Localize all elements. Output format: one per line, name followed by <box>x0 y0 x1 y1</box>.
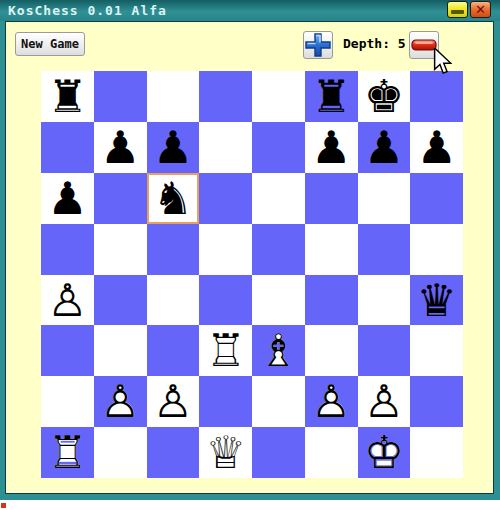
white-pawn: ♟♙ <box>41 275 94 326</box>
square-f8[interactable]: ♜ <box>305 71 358 122</box>
square-d8[interactable] <box>199 71 252 122</box>
square-g8[interactable]: ♚ <box>358 71 411 122</box>
square-c8[interactable] <box>147 71 200 122</box>
square-f4[interactable] <box>305 275 358 326</box>
square-f5[interactable] <box>305 224 358 275</box>
square-a5[interactable] <box>41 224 94 275</box>
square-g2[interactable]: ♟♙ <box>358 376 411 427</box>
increase-depth-button[interactable] <box>303 31 333 59</box>
square-e6[interactable] <box>252 173 305 224</box>
black-pawn: ♟ <box>94 122 147 173</box>
square-e3[interactable]: ♝♗ <box>252 325 305 376</box>
white-pawn: ♟♙ <box>305 376 358 427</box>
square-d1[interactable]: ♛♕ <box>199 427 252 478</box>
square-g7[interactable]: ♟ <box>358 122 411 173</box>
black-pawn: ♟ <box>410 122 463 173</box>
square-g3[interactable] <box>358 325 411 376</box>
white-king: ♚♔ <box>358 427 411 478</box>
square-c2[interactable]: ♟♙ <box>147 376 200 427</box>
square-g4[interactable] <box>358 275 411 326</box>
square-a6[interactable]: ♟ <box>41 173 94 224</box>
white-pawn: ♟♙ <box>147 376 200 427</box>
black-knight: ♞ <box>147 173 200 224</box>
square-a2[interactable] <box>41 376 94 427</box>
white-rook: ♜♖ <box>41 427 94 478</box>
square-a1[interactable]: ♜♖ <box>41 427 94 478</box>
square-c5[interactable] <box>147 224 200 275</box>
square-e8[interactable] <box>252 71 305 122</box>
square-c1[interactable] <box>147 427 200 478</box>
square-e7[interactable] <box>252 122 305 173</box>
new-game-button[interactable]: New Game <box>15 32 85 56</box>
square-h1[interactable] <box>410 427 463 478</box>
square-h5[interactable] <box>410 224 463 275</box>
square-e1[interactable] <box>252 427 305 478</box>
square-a3[interactable] <box>41 325 94 376</box>
square-g6[interactable] <box>358 173 411 224</box>
square-g5[interactable] <box>358 224 411 275</box>
square-b7[interactable]: ♟ <box>94 122 147 173</box>
square-d3[interactable]: ♜♖ <box>199 325 252 376</box>
black-rook: ♜ <box>41 71 94 122</box>
white-pawn: ♟♙ <box>358 376 411 427</box>
close-button[interactable]: ✕ <box>470 1 491 18</box>
white-queen: ♛♕ <box>199 427 252 478</box>
square-c4[interactable] <box>147 275 200 326</box>
square-e4[interactable] <box>252 275 305 326</box>
window-title: KosChess 0.01 Alfa <box>0 3 167 18</box>
square-f2[interactable]: ♟♙ <box>305 376 358 427</box>
white-pawn: ♟♙ <box>94 376 147 427</box>
square-a8[interactable]: ♜ <box>41 71 94 122</box>
square-h7[interactable]: ♟ <box>410 122 463 173</box>
square-b6[interactable] <box>94 173 147 224</box>
square-e5[interactable] <box>252 224 305 275</box>
mouse-cursor <box>432 48 452 76</box>
square-d7[interactable] <box>199 122 252 173</box>
square-d2[interactable] <box>199 376 252 427</box>
square-h6[interactable] <box>410 173 463 224</box>
square-h8[interactable] <box>410 71 463 122</box>
black-king: ♚ <box>358 71 411 122</box>
square-a4[interactable]: ♟♙ <box>41 275 94 326</box>
white-rook: ♜♖ <box>199 325 252 376</box>
square-d5[interactable] <box>199 224 252 275</box>
square-b3[interactable] <box>94 325 147 376</box>
black-pawn: ♟ <box>305 122 358 173</box>
koschess-window: KosChess 0.01 Alfa ✕ New Game Depth: 5 <box>0 0 500 500</box>
square-c3[interactable] <box>147 325 200 376</box>
black-queen: ♛ <box>410 275 463 326</box>
square-e2[interactable] <box>252 376 305 427</box>
square-d4[interactable] <box>199 275 252 326</box>
square-f3[interactable] <box>305 325 358 376</box>
screen-artifact-dot <box>1 503 6 508</box>
square-c6[interactable]: ♞ <box>147 173 200 224</box>
black-pawn: ♟ <box>41 173 94 224</box>
square-c7[interactable]: ♟ <box>147 122 200 173</box>
square-b4[interactable] <box>94 275 147 326</box>
plus-icon <box>305 33 331 57</box>
square-d6[interactable] <box>199 173 252 224</box>
black-rook: ♜ <box>305 71 358 122</box>
square-f7[interactable]: ♟ <box>305 122 358 173</box>
square-h2[interactable] <box>410 376 463 427</box>
minimize-icon <box>451 10 464 14</box>
minimize-button[interactable] <box>447 1 468 18</box>
black-pawn: ♟ <box>147 122 200 173</box>
square-b2[interactable]: ♟♙ <box>94 376 147 427</box>
square-g1[interactable]: ♚♔ <box>358 427 411 478</box>
black-pawn: ♟ <box>358 122 411 173</box>
square-a7[interactable] <box>41 122 94 173</box>
square-b5[interactable] <box>94 224 147 275</box>
close-icon: ✕ <box>471 2 490 17</box>
white-bishop: ♝♗ <box>252 325 305 376</box>
square-f1[interactable] <box>305 427 358 478</box>
square-h4[interactable]: ♛ <box>410 275 463 326</box>
title-bar[interactable]: KosChess 0.01 Alfa ✕ <box>0 0 500 21</box>
screen: KosChess 0.01 Alfa ✕ New Game Depth: 5 <box>0 0 500 510</box>
square-b8[interactable] <box>94 71 147 122</box>
square-f6[interactable] <box>305 173 358 224</box>
square-b1[interactable] <box>94 427 147 478</box>
depth-label: Depth: 5 <box>343 36 406 51</box>
chess-board: ♜♜♚♟♟♟♟♟♟♞♟♙♛♜♖♝♗♟♙♟♙♟♙♟♙♜♖♛♕♚♔ <box>41 71 463 478</box>
square-h3[interactable] <box>410 325 463 376</box>
